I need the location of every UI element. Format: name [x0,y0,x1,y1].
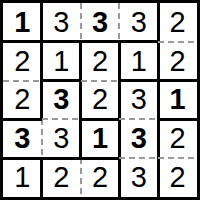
cell-r2c0[interactable]: 2 [3,81,42,120]
cell-r4c4[interactable]: 2 [158,158,197,197]
cell-r1c2[interactable]: 2 [81,42,120,81]
cell-r4c1[interactable]: 2 [42,158,81,197]
cell-r2c4[interactable]: 1 [158,81,197,120]
cell-r0c3[interactable]: 3 [119,3,158,42]
cell-r1c0[interactable]: 2 [3,42,42,81]
cell-r4c3[interactable]: 3 [119,158,158,197]
cell-r3c3[interactable]: 3 [119,119,158,158]
cell-r4c0[interactable]: 1 [3,158,42,197]
fillomino-board: 1333221212232313313212232 [0,0,200,200]
cell-r3c2[interactable]: 1 [81,119,120,158]
cell-r3c4[interactable]: 2 [158,119,197,158]
cell-r1c1[interactable]: 1 [42,42,81,81]
cell-r2c3[interactable]: 3 [119,81,158,120]
cell-r2c1[interactable]: 3 [42,81,81,120]
cell-r4c2[interactable]: 2 [81,158,120,197]
cell-r3c0[interactable]: 3 [3,119,42,158]
cell-r1c3[interactable]: 1 [119,42,158,81]
cell-r2c2[interactable]: 2 [81,81,120,120]
cell-r0c0[interactable]: 1 [3,3,42,42]
cell-r1c4[interactable]: 2 [158,42,197,81]
cell-r0c4[interactable]: 2 [158,3,197,42]
cell-r0c1[interactable]: 3 [42,3,81,42]
cell-r3c1[interactable]: 3 [42,119,81,158]
puzzle-grid: 1333221212232313313212232 [3,3,197,197]
cell-r0c2[interactable]: 3 [81,3,120,42]
